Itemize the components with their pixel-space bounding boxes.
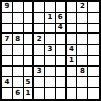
- sudoku-cell-r9c8[interactable]: [77, 88, 88, 99]
- sudoku-cell-r3c1[interactable]: [2, 24, 13, 35]
- sudoku-cell-r9c6[interactable]: [56, 88, 67, 99]
- sudoku-cell-r1c1[interactable]: 9: [2, 2, 13, 13]
- sudoku-cell-r1c8[interactable]: 2: [77, 2, 88, 13]
- sudoku-cell-r8c3[interactable]: 5: [24, 77, 35, 88]
- sudoku-cell-r4c9[interactable]: [88, 34, 99, 45]
- sudoku-cell-r7c7[interactable]: [67, 67, 78, 78]
- sudoku-cell-r9c5[interactable]: [45, 88, 56, 99]
- sudoku-cell-r8c1[interactable]: 4: [2, 77, 13, 88]
- sudoku-cell-r3c8[interactable]: [77, 24, 88, 35]
- sudoku-cell-r4c1[interactable]: 7: [2, 34, 13, 45]
- sudoku-cell-r8c6[interactable]: [56, 77, 67, 88]
- sudoku-cell-r9c9[interactable]: [88, 88, 99, 99]
- sudoku-cell-r8c7[interactable]: [67, 77, 78, 88]
- sudoku-cell-r1c2[interactable]: [13, 2, 24, 13]
- sudoku-cell-r9c3[interactable]: 1: [24, 88, 35, 99]
- sudoku-cell-r6c6[interactable]: [56, 56, 67, 67]
- sudoku-cell-r2c7[interactable]: [67, 13, 78, 24]
- sudoku-cell-r3c5[interactable]: [45, 24, 56, 35]
- sudoku-cell-r6c8[interactable]: [77, 56, 88, 67]
- sudoku-cell-r7c5[interactable]: [45, 67, 56, 78]
- sudoku-cell-r5c7[interactable]: 4: [67, 45, 78, 56]
- sudoku-cell-r5c1[interactable]: [2, 45, 13, 56]
- sudoku-cell-r4c4[interactable]: 2: [34, 34, 45, 45]
- sudoku-cell-r6c7[interactable]: 1: [67, 56, 78, 67]
- sudoku-cell-r7c3[interactable]: [24, 67, 35, 78]
- sudoku-cell-r1c5[interactable]: [45, 2, 56, 13]
- sudoku-cell-r7c2[interactable]: [13, 67, 24, 78]
- sudoku-cell-r8c9[interactable]: [88, 77, 99, 88]
- sudoku-cell-r5c9[interactable]: [88, 45, 99, 56]
- sudoku-cell-r4c3[interactable]: [24, 34, 35, 45]
- sudoku-cell-r7c4[interactable]: 3: [34, 67, 45, 78]
- sudoku-cell-r8c2[interactable]: [13, 77, 24, 88]
- sudoku-cell-r8c8[interactable]: [77, 77, 88, 88]
- sudoku-cell-r5c3[interactable]: [24, 45, 35, 56]
- sudoku-cell-r3c3[interactable]: [24, 24, 35, 35]
- sudoku-cell-r6c4[interactable]: [34, 56, 45, 67]
- sudoku-cell-r5c2[interactable]: [13, 45, 24, 56]
- sudoku-cell-r4c8[interactable]: [77, 34, 88, 45]
- sudoku-cell-r9c1[interactable]: [2, 88, 13, 99]
- sudoku-cell-r5c5[interactable]: 3: [45, 45, 56, 56]
- sudoku-cell-r3c4[interactable]: [34, 24, 45, 35]
- sudoku-cell-r2c3[interactable]: [24, 13, 35, 24]
- sudoku-cell-r6c2[interactable]: [13, 56, 24, 67]
- sudoku-cell-r5c6[interactable]: [56, 45, 67, 56]
- sudoku-cell-r4c7[interactable]: [67, 34, 78, 45]
- sudoku-cell-r4c2[interactable]: 8: [13, 34, 24, 45]
- sudoku-cell-r7c1[interactable]: [2, 67, 13, 78]
- sudoku-cell-r1c6[interactable]: [56, 2, 67, 13]
- sudoku-cell-r9c2[interactable]: 6: [13, 88, 24, 99]
- sudoku-cell-r2c8[interactable]: [77, 13, 88, 24]
- sudoku-cell-r1c9[interactable]: [88, 2, 99, 13]
- sudoku-cell-r3c9[interactable]: [88, 24, 99, 35]
- sudoku-cell-r2c1[interactable]: [2, 13, 13, 24]
- sudoku-cell-r6c1[interactable]: [2, 56, 13, 67]
- sudoku-cell-r2c6[interactable]: 6: [56, 13, 67, 24]
- sudoku-cell-r6c3[interactable]: [24, 56, 35, 67]
- sudoku-cell-r4c5[interactable]: [45, 34, 56, 45]
- sudoku-cell-r8c4[interactable]: [34, 77, 45, 88]
- sudoku-board: 92164782341384561: [0, 0, 101, 101]
- sudoku-cell-r1c4[interactable]: [34, 2, 45, 13]
- sudoku-cell-r2c4[interactable]: [34, 13, 45, 24]
- sudoku-cell-r6c5[interactable]: [45, 56, 56, 67]
- sudoku-cell-r7c9[interactable]: [88, 67, 99, 78]
- sudoku-cell-r4c6[interactable]: [56, 34, 67, 45]
- sudoku-cell-r2c5[interactable]: 1: [45, 13, 56, 24]
- sudoku-cell-r2c9[interactable]: [88, 13, 99, 24]
- sudoku-cell-r3c2[interactable]: [13, 24, 24, 35]
- sudoku-cell-r5c8[interactable]: [77, 45, 88, 56]
- sudoku-cell-r5c4[interactable]: [34, 45, 45, 56]
- sudoku-cell-r7c8[interactable]: 8: [77, 67, 88, 78]
- sudoku-cell-r3c6[interactable]: 4: [56, 24, 67, 35]
- sudoku-cell-r9c4[interactable]: [34, 88, 45, 99]
- sudoku-cell-r2c2[interactable]: [13, 13, 24, 24]
- sudoku-cell-r6c9[interactable]: [88, 56, 99, 67]
- sudoku-cell-r7c6[interactable]: [56, 67, 67, 78]
- sudoku-cell-r1c7[interactable]: [67, 2, 78, 13]
- sudoku-cell-r8c5[interactable]: [45, 77, 56, 88]
- sudoku-cell-r3c7[interactable]: [67, 24, 78, 35]
- sudoku-cell-r1c3[interactable]: [24, 2, 35, 13]
- sudoku-cell-r9c7[interactable]: [67, 88, 78, 99]
